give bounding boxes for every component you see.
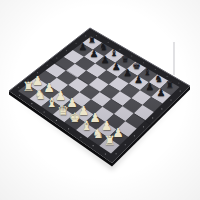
coordinate-mark bbox=[125, 144, 126, 145]
coordinate-mark bbox=[85, 35, 86, 36]
coordinate-mark bbox=[155, 69, 156, 70]
coordinate-mark bbox=[76, 43, 77, 44]
coordinate-mark bbox=[119, 49, 120, 50]
coordinate-mark bbox=[131, 55, 132, 56]
coordinate-mark bbox=[105, 153, 106, 154]
coordinate-mark bbox=[19, 95, 20, 96]
coordinate-mark bbox=[31, 103, 32, 104]
product-photo: ♜♞♝♛♚♝♞♜♟♟♟♟♟♟♟♟♟♟♟♟♟♟♟♟♜♞♝♛♚♝♞♜ bbox=[0, 0, 200, 200]
coordinate-mark bbox=[18, 87, 19, 88]
coordinate-mark bbox=[161, 108, 162, 109]
coordinate-mark bbox=[56, 120, 57, 121]
coordinate-mark bbox=[170, 99, 171, 100]
chess-board bbox=[0, 0, 200, 200]
coordinate-mark bbox=[143, 62, 144, 63]
coordinate-mark bbox=[152, 117, 153, 118]
coordinate-mark bbox=[180, 90, 181, 91]
board-sheen bbox=[18, 37, 180, 154]
coordinate-mark bbox=[178, 83, 179, 84]
coordinate-mark bbox=[167, 76, 168, 77]
coordinate-mark bbox=[37, 72, 38, 73]
coordinate-mark bbox=[108, 42, 109, 43]
coordinate-mark bbox=[134, 135, 135, 136]
coordinate-mark bbox=[93, 145, 94, 146]
coordinate-mark bbox=[44, 111, 45, 112]
coordinate-mark bbox=[96, 35, 97, 36]
coordinate-mark bbox=[56, 57, 57, 58]
coordinate-mark bbox=[66, 50, 67, 51]
coordinate-mark bbox=[47, 65, 48, 66]
coordinate-mark bbox=[27, 79, 28, 80]
coordinate-mark bbox=[80, 137, 81, 138]
coordinate-mark bbox=[143, 126, 144, 127]
coordinate-mark bbox=[68, 128, 69, 129]
coordinate-mark bbox=[116, 153, 117, 154]
